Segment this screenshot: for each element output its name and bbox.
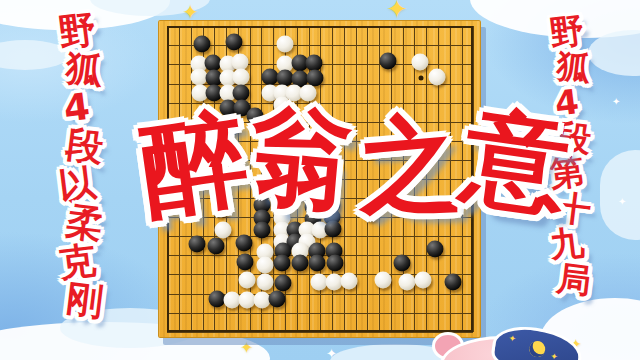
black-stone (445, 274, 462, 291)
star-icon: ✦ (612, 96, 620, 107)
black-stone (309, 255, 326, 272)
black-stone (208, 238, 225, 255)
black-stone (194, 36, 211, 53)
star-point (419, 76, 424, 81)
white-stone (412, 54, 429, 71)
white-stone (375, 272, 392, 289)
black-stone (237, 254, 254, 271)
calligraphy-char: 刚 (63, 280, 104, 323)
star-icon: ✦ (550, 351, 559, 360)
pig-mascot: ✦ ✦ (428, 330, 588, 360)
black-stone (327, 255, 344, 272)
black-stone (380, 53, 397, 70)
white-stone (415, 272, 432, 289)
star-icon: ✦ (508, 333, 517, 344)
white-stone (429, 69, 446, 86)
cloud (600, 150, 640, 240)
star-icon: ✦ (618, 196, 626, 207)
white-stone (341, 273, 358, 290)
black-stone (269, 291, 286, 308)
black-stone (325, 221, 342, 238)
calligraphy-char: 之 (353, 109, 466, 222)
black-stone (274, 255, 291, 272)
calligraphy-char: 意 (458, 101, 575, 218)
black-stone (292, 255, 309, 272)
black-stone (427, 241, 444, 258)
star-icon: ✦ (326, 346, 337, 360)
white-stone (399, 274, 416, 291)
black-stone (226, 34, 243, 51)
moon-icon (528, 340, 547, 359)
left-caption: 野狐4段以柔克刚 (52, 12, 108, 320)
black-stone (394, 255, 411, 272)
black-stone (189, 236, 206, 253)
white-stone (257, 257, 274, 274)
black-stone (254, 222, 271, 239)
white-stone (233, 69, 250, 86)
black-stone (236, 235, 253, 252)
thumbnail-canvas: ✦ ✦ ✦ ✦ ✦ ✦ ✦ ✦ 醉翁之意 野狐4段以柔克刚 野狐4段第十九局 ✦… (0, 0, 640, 360)
white-stone (257, 274, 274, 291)
title-overlay: 醉翁之意 (142, 102, 568, 222)
black-stone (275, 275, 292, 292)
calligraphy-char: 醉 (136, 105, 253, 222)
white-stone (239, 272, 256, 289)
calligraphy-char: 翁 (245, 102, 358, 215)
white-stone (277, 36, 294, 53)
white-stone (215, 222, 232, 239)
star-icon: ✦ (240, 338, 253, 357)
calligraphy-char: 局 (555, 260, 593, 299)
